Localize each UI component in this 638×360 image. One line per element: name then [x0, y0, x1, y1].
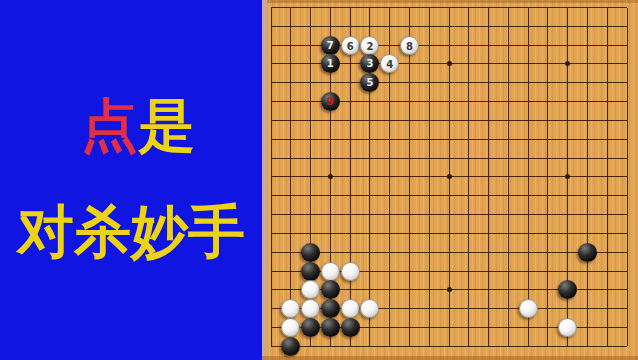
white-stone	[341, 262, 360, 281]
white-stone: 8	[400, 36, 419, 55]
caption-char-dian: 点	[81, 93, 138, 157]
star-point	[447, 61, 452, 66]
grid-line-v	[627, 8, 628, 347]
screenshot-root: 点是 对杀妙手 762813459	[0, 0, 638, 360]
grid-line-v	[547, 8, 548, 347]
grid-line-v	[468, 8, 469, 347]
move-number: 4	[381, 55, 398, 74]
white-stone	[519, 299, 538, 318]
caption-line-1: 点是	[7, 97, 269, 154]
star-point	[565, 61, 570, 66]
black-stone	[341, 318, 360, 337]
grid-line-h	[271, 195, 627, 196]
star-point	[565, 174, 570, 179]
white-stone: 2	[360, 36, 379, 55]
black-stone	[321, 299, 340, 318]
star-point	[447, 287, 452, 292]
move-number: 7	[321, 36, 340, 55]
move-number: 9	[321, 92, 340, 111]
white-stone	[360, 299, 379, 318]
white-stone	[341, 299, 360, 318]
move-number: 3	[360, 54, 379, 73]
goban-grid[interactable]: 762813459	[262, 0, 638, 360]
white-stone	[558, 318, 577, 337]
white-stone: 6	[341, 36, 360, 55]
white-stone	[281, 299, 300, 318]
board-left-edge	[262, 0, 267, 360]
white-stone	[281, 318, 300, 337]
black-stone	[301, 262, 320, 281]
star-point	[447, 174, 452, 179]
black-stone: 3	[360, 54, 379, 73]
grid-line-v	[508, 8, 509, 347]
grid-line-v	[587, 8, 588, 347]
black-stone	[321, 280, 340, 299]
black-stone	[301, 318, 320, 337]
grid-line-h	[271, 233, 627, 234]
grid-line-v	[488, 8, 489, 347]
grid-line-v	[528, 8, 529, 347]
move-number: 2	[361, 37, 378, 56]
star-point	[328, 174, 333, 179]
white-stone	[321, 262, 340, 281]
grid-line-h	[271, 252, 627, 253]
white-stone: 4	[380, 54, 399, 73]
black-stone	[558, 280, 577, 299]
black-stone: 9	[321, 92, 340, 111]
caption-line-2: 对杀妙手	[0, 203, 262, 260]
grid-line-h	[271, 214, 627, 215]
black-stone: 1	[321, 54, 340, 73]
black-stone	[578, 243, 597, 262]
black-stone: 5	[360, 73, 379, 92]
move-number: 6	[342, 37, 359, 56]
black-stone	[301, 243, 320, 262]
grid-line-h	[271, 346, 627, 347]
go-board: 762813459	[262, 0, 638, 360]
caption-char-shi: 是	[138, 93, 195, 157]
move-number: 1	[321, 54, 340, 73]
black-stone: 7	[321, 36, 340, 55]
grid-line-v	[607, 8, 608, 347]
move-number: 5	[360, 73, 379, 92]
black-stone	[321, 318, 340, 337]
caption-panel: 点是 对杀妙手	[0, 0, 262, 360]
white-stone	[301, 299, 320, 318]
black-stone	[281, 337, 300, 356]
white-stone	[301, 280, 320, 299]
move-number: 8	[401, 37, 418, 56]
